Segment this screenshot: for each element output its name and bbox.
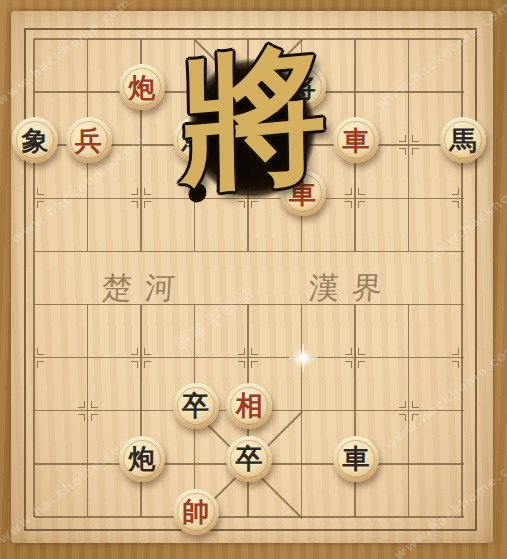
point-marker	[77, 400, 99, 422]
piece-glyph: 車	[343, 127, 370, 154]
piece-red-general[interactable]: 帥	[173, 489, 219, 535]
point-marker	[398, 134, 420, 156]
point-marker	[130, 347, 152, 369]
point-marker	[23, 347, 45, 369]
piece-black-soldier[interactable]: 卒	[226, 436, 272, 482]
piece-red-elephant[interactable]: 相	[226, 383, 272, 429]
xiangqi-board[interactable]: 楚河 漢界 炮将象兵馬車馬車卒相炮卒車帥 將 www.hackhome.comw…	[0, 0, 507, 559]
piece-glyph: 炮	[129, 74, 156, 101]
sparkle-dot	[292, 347, 314, 369]
point-marker	[451, 347, 473, 369]
piece-glyph: 兵	[75, 127, 102, 154]
piece-glyph: 帥	[182, 498, 209, 525]
piece-black-horse[interactable]: 馬	[440, 117, 486, 163]
point-marker	[237, 347, 259, 369]
point-marker	[23, 187, 45, 209]
piece-red-cannon[interactable]: 炮	[119, 64, 165, 110]
piece-glyph: 馬	[450, 127, 477, 154]
point-marker	[130, 187, 152, 209]
piece-glyph: 卒	[236, 445, 263, 472]
point-marker	[398, 400, 420, 422]
piece-black-soldier[interactable]: 卒	[173, 383, 219, 429]
piece-glyph: 相	[236, 392, 263, 419]
piece-black-chariot[interactable]: 車	[333, 436, 379, 482]
piece-black-elephant[interactable]: 象	[12, 117, 58, 163]
piece-glyph: 炮	[129, 445, 156, 472]
piece-black-cannon[interactable]: 炮	[119, 436, 165, 482]
point-marker	[344, 187, 366, 209]
sparkle-effect	[292, 347, 314, 369]
point-marker	[451, 187, 473, 209]
check-announcement-text: 將	[164, 24, 342, 216]
piece-glyph: 車	[343, 445, 370, 472]
piece-glyph: 卒	[182, 392, 209, 419]
river-label-chu: 楚河	[101, 268, 190, 309]
piece-glyph: 象	[22, 127, 49, 154]
piece-red-soldier[interactable]: 兵	[66, 117, 112, 163]
point-marker	[344, 347, 366, 369]
river-label-han: 漢界	[308, 268, 397, 309]
